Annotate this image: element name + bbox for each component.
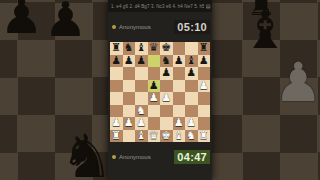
square-g2[interactable]: ♟: [185, 117, 198, 130]
square-h2[interactable]: [198, 117, 211, 130]
square-e6[interactable]: ♟: [160, 67, 173, 80]
piece-white-rook-h1: ♜: [198, 130, 211, 143]
move-list[interactable]: 1. e4 g6 2. d4 Bg7 3. Nc3 e6 4. h4 Ne7 5…: [108, 4, 204, 9]
square-h7[interactable]: ♟: [198, 55, 211, 68]
square-h1[interactable]: ♜: [198, 130, 211, 143]
piece-white-pawn-g2: ♟: [185, 117, 198, 130]
video-frame: ♟♟♞♜♝♟ 1. e4 g6 2. d4 Bg7 3. Nc3 e6 4. h…: [0, 0, 320, 180]
square-f1[interactable]: ♝: [173, 130, 186, 143]
square-b5[interactable]: [123, 80, 136, 93]
piece-black-rook-h8: ♜: [198, 42, 211, 55]
square-c4[interactable]: [135, 92, 148, 105]
square-f8[interactable]: [173, 42, 186, 55]
square-f5[interactable]: [173, 80, 186, 93]
piece-white-pawn-c2: ♟: [135, 117, 148, 130]
square-d7[interactable]: [148, 55, 161, 68]
square-c2[interactable]: ♟: [135, 117, 148, 130]
piece-black-pawn-f7: ♟: [173, 55, 186, 68]
piece-white-bishop-c1: ♝: [135, 130, 148, 143]
status-dot-icon: [112, 25, 116, 29]
piece-white-pawn-a2: ♟: [110, 117, 123, 130]
player-bar-bottom: Anonymous 04:47: [108, 142, 212, 180]
square-f4[interactable]: [173, 92, 186, 105]
square-a4[interactable]: [110, 92, 123, 105]
piece-black-pawn-h7: ♟: [198, 55, 211, 68]
square-b6[interactable]: [123, 67, 136, 80]
square-c6[interactable]: [135, 67, 148, 80]
piece-black-king-e8: ♚: [160, 42, 173, 55]
square-e8[interactable]: ♚: [160, 42, 173, 55]
piece-white-rook-a1: ♜: [110, 130, 123, 143]
square-b2[interactable]: ♟: [123, 117, 136, 130]
square-f7[interactable]: ♟: [173, 55, 186, 68]
square-e3[interactable]: [160, 105, 173, 118]
square-b8[interactable]: ♞: [123, 42, 136, 55]
square-c8[interactable]: ♝: [135, 42, 148, 55]
square-c5[interactable]: [135, 80, 148, 93]
player-bar-top: Anonymous 05:10: [108, 12, 212, 42]
square-a5[interactable]: [110, 80, 123, 93]
square-h4[interactable]: [198, 92, 211, 105]
move-list-bar[interactable]: 1. e4 g6 2. d4 Bg7 3. Nc3 e6 4. h4 Ne7 5…: [108, 0, 212, 12]
square-h6[interactable]: [198, 67, 211, 80]
status-dot-icon: [112, 155, 116, 159]
square-g8[interactable]: [185, 42, 198, 55]
piece-white-pawn-d4: ♟: [148, 92, 161, 105]
square-b7[interactable]: ♟: [123, 55, 136, 68]
player-name-bottom: Anonymous: [119, 154, 174, 160]
square-e2[interactable]: [160, 117, 173, 130]
moves-menu-icon[interactable]: ▤: [204, 3, 212, 9]
piece-white-pawn-f2: ♟: [173, 117, 186, 130]
piece-white-bishop-f1: ♝: [173, 130, 186, 143]
piece-black-pawn-g6: ♟: [185, 67, 198, 80]
piece-black-queen-d8: ♛: [148, 42, 161, 55]
square-g1[interactable]: ♞: [185, 130, 198, 143]
player-name-top: Anonymous: [119, 24, 174, 30]
square-a6[interactable]: [110, 67, 123, 80]
square-e4[interactable]: ♟: [160, 92, 173, 105]
piece-black-pawn-a7: ♟: [110, 55, 123, 68]
square-h3[interactable]: [198, 105, 211, 118]
square-d6[interactable]: [148, 67, 161, 80]
square-b1[interactable]: [123, 130, 136, 143]
piece-white-queen-d1: ♛: [148, 130, 161, 143]
square-h8[interactable]: ♜: [198, 42, 211, 55]
square-a1[interactable]: ♜: [110, 130, 123, 143]
game-screen: 1. e4 g6 2. d4 Bg7 3. Nc3 e6 4. h4 Ne7 5…: [108, 0, 212, 180]
square-g4[interactable]: [185, 92, 198, 105]
piece-white-knight-g1: ♞: [185, 130, 198, 143]
square-g5[interactable]: [185, 80, 198, 93]
square-f6[interactable]: [173, 67, 186, 80]
square-h5[interactable]: ♟: [198, 80, 211, 93]
piece-white-pawn-h5: ♟: [198, 80, 211, 93]
piece-black-bishop-c8: ♝: [135, 42, 148, 55]
piece-white-pawn-e4: ♟: [160, 92, 173, 105]
square-c7[interactable]: ♟: [135, 55, 148, 68]
piece-white-king-e1: ♚: [160, 130, 173, 143]
piece-black-pawn-b7: ♟: [123, 55, 136, 68]
piece-black-pawn-c7: ♟: [135, 55, 148, 68]
square-d4[interactable]: ♟: [148, 92, 161, 105]
square-d8[interactable]: ♛: [148, 42, 161, 55]
square-d3[interactable]: [148, 105, 161, 118]
square-a7[interactable]: ♟: [110, 55, 123, 68]
piece-black-knight-b8: ♞: [123, 42, 136, 55]
square-a2[interactable]: ♟: [110, 117, 123, 130]
square-d1[interactable]: ♛: [148, 130, 161, 143]
square-a8[interactable]: ♜: [110, 42, 123, 55]
square-e1[interactable]: ♚: [160, 130, 173, 143]
chess-board[interactable]: ♜♞♝♛♚♜♟♟♟♞♟♝♟♟♟♟♟♟♟♞♟♟♟♟♟♜♝♛♚♝♞♜: [110, 42, 210, 142]
piece-black-pawn-e6: ♟: [160, 67, 173, 80]
square-g6[interactable]: ♟: [185, 67, 198, 80]
clock-top: 05:10: [174, 20, 210, 34]
clock-bottom: 04:47: [174, 150, 210, 164]
square-b4[interactable]: [123, 92, 136, 105]
square-d2[interactable]: [148, 117, 161, 130]
square-c1[interactable]: ♝: [135, 130, 148, 143]
piece-white-pawn-b2: ♟: [123, 117, 136, 130]
square-f2[interactable]: ♟: [173, 117, 186, 130]
piece-black-rook-a8: ♜: [110, 42, 123, 55]
